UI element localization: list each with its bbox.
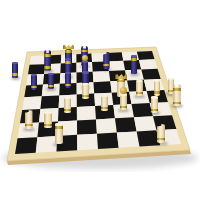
gold-band <box>154 91 161 93</box>
gold-band <box>65 50 72 52</box>
piece-white-pawn <box>101 95 108 113</box>
piece-top <box>48 73 55 75</box>
piece-body <box>173 84 181 106</box>
piece-body <box>136 80 143 96</box>
piece-black-pawn <box>31 74 38 91</box>
piece-black-pawn <box>12 62 18 79</box>
gold-band <box>173 102 181 104</box>
piece-top <box>151 96 158 98</box>
gold-band <box>131 58 137 60</box>
piece-black-rook <box>44 50 51 71</box>
piece-body <box>44 111 52 128</box>
ball-finial-icon <box>120 87 127 94</box>
piece-black-bishop <box>131 55 137 75</box>
piece-top <box>82 71 89 73</box>
piece-body <box>64 97 71 114</box>
piece-top <box>168 78 175 80</box>
gold-band <box>120 106 128 108</box>
piece-body <box>65 72 72 88</box>
gold-band <box>65 84 72 86</box>
piece-white-queen <box>120 87 128 111</box>
gold-band <box>81 50 88 52</box>
piece-top <box>12 62 18 64</box>
piece-body <box>101 95 108 112</box>
piece-body <box>157 124 165 144</box>
piece-white-pawn <box>44 111 52 129</box>
piece-white-pawn <box>82 83 89 100</box>
piece-body <box>25 110 33 129</box>
gold-band <box>103 64 109 66</box>
chess-set-photo <box>0 0 200 200</box>
gold-band <box>117 80 125 82</box>
piece-top <box>64 97 71 99</box>
piece-white-pawn <box>151 96 158 114</box>
crown-icon <box>63 45 74 50</box>
piece-white-rook <box>173 84 181 107</box>
gold-band <box>12 73 18 75</box>
gold-band <box>151 109 158 111</box>
piece-white-pawn <box>64 97 71 115</box>
piece-body <box>131 55 137 74</box>
piece-white-knight <box>25 110 33 130</box>
piece-body <box>55 123 63 144</box>
piece-top <box>154 79 161 81</box>
piece-body <box>12 62 18 78</box>
piece-body <box>154 79 161 95</box>
gold-band <box>44 66 51 68</box>
piece-top <box>120 93 128 95</box>
piece-top <box>82 83 89 85</box>
gold-band <box>136 92 143 94</box>
piece-white-knight <box>157 124 165 145</box>
piece-black-knight <box>103 52 109 70</box>
gold-band <box>101 107 108 109</box>
piece-body <box>151 96 158 113</box>
gold-band <box>44 124 52 126</box>
piece-body <box>120 93 128 110</box>
gold-band <box>157 138 165 140</box>
piece-top <box>136 80 143 82</box>
gold-band <box>55 126 63 128</box>
piece-body <box>103 52 109 69</box>
piece-black-pawn <box>48 73 55 90</box>
gold-band <box>173 88 181 90</box>
gold-band <box>44 54 51 56</box>
piece-body <box>31 74 38 90</box>
ball-finial-icon <box>82 55 89 62</box>
piece-top <box>101 95 108 97</box>
gold-band <box>31 86 38 88</box>
piece-white-bishop <box>55 123 63 145</box>
gold-band <box>64 109 71 111</box>
pieces-layer <box>0 0 200 200</box>
piece-body <box>82 83 89 99</box>
piece-white-pawn <box>136 80 143 97</box>
piece-body <box>48 73 55 89</box>
piece-white-pawn <box>154 79 161 96</box>
piece-black-pawn <box>65 72 72 89</box>
piece-top <box>65 72 72 74</box>
gold-band <box>82 95 89 97</box>
piece-body <box>44 50 51 70</box>
gold-band <box>65 61 71 63</box>
piece-top <box>31 74 38 76</box>
gold-band <box>25 124 33 126</box>
crown-icon <box>115 74 127 79</box>
piece-top <box>44 111 52 113</box>
gold-band <box>48 85 55 87</box>
